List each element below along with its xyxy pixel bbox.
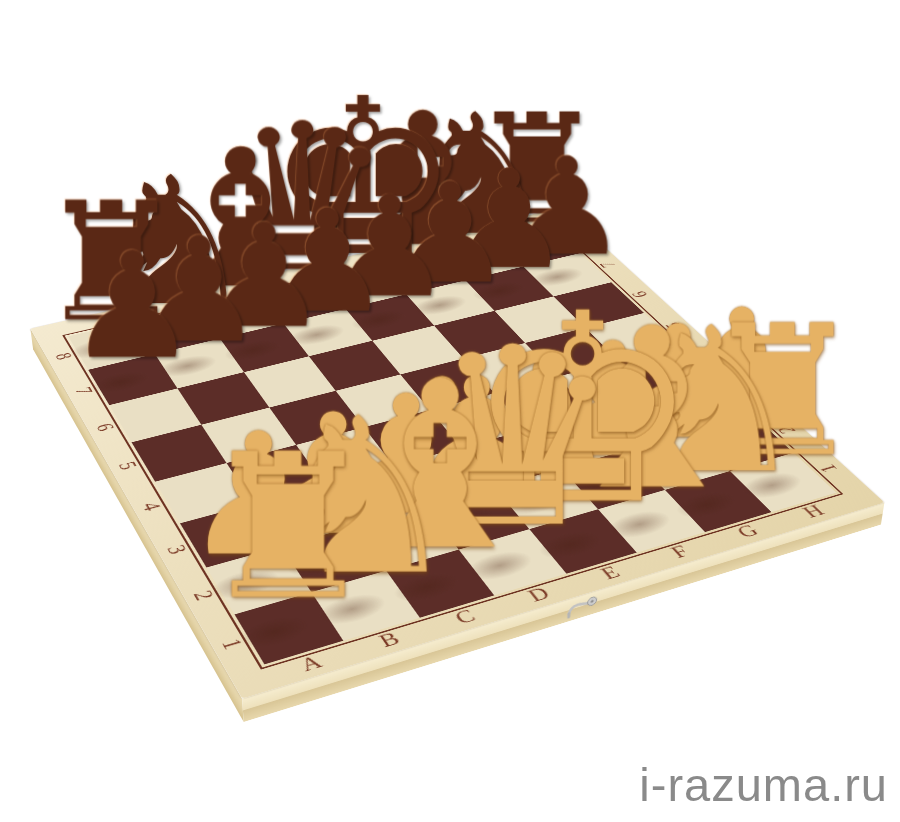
black-pawn-icon: ♟ — [59, 232, 206, 379]
watermark-text: i-razuma.ru — [639, 757, 888, 812]
white-rook-icon: ♜ — [189, 428, 389, 628]
photo-scene: ABCDEFGH8765432187654321 ♜♞♝♛♚♝♞♜♟♟♟♟♟♟♟… — [0, 0, 900, 822]
chess-board: ABCDEFGH8765432187654321 ♜♞♝♛♚♝♞♜♟♟♟♟♟♟♟… — [30, 208, 884, 699]
